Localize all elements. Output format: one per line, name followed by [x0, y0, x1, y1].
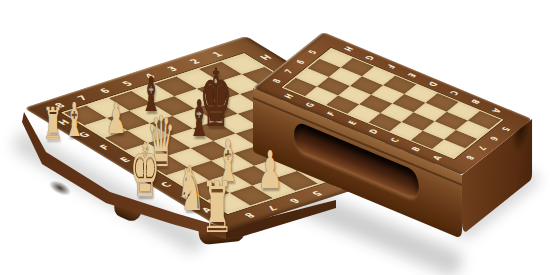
- case-file-label-far-c: C: [447, 89, 460, 96]
- case-file-label-d: D: [367, 128, 381, 135]
- file-label-far-h: H: [257, 53, 274, 61]
- piece-white-rook-h8: ♜: [43, 102, 64, 146]
- rank-label-near-7: 7: [264, 204, 280, 212]
- case-rank-label-6: 6: [294, 59, 307, 66]
- rank-label-near-8: 8: [241, 211, 257, 219]
- case-file-label-a: A: [430, 154, 444, 161]
- case-file-label-far-a: A: [490, 107, 504, 114]
- case-rank-label-near-8: 8: [463, 154, 476, 161]
- file-label-f: F: [97, 144, 113, 152]
- case-rank-label-7: 7: [282, 68, 295, 75]
- piece-white-pawn-c4: ♟: [257, 144, 283, 196]
- case-file-label-f: F: [325, 110, 338, 117]
- case-file-label-g: G: [303, 101, 317, 108]
- case-file-label-far-e: E: [405, 72, 418, 79]
- case-rank-label-near-5: 5: [499, 126, 512, 133]
- case-rank-label-5: 5: [306, 49, 319, 56]
- piece-black-bishop-f4: ♝: [188, 94, 210, 144]
- case-rank-label-near-6: 6: [487, 135, 500, 142]
- case-rank-label-near-7: 7: [475, 145, 488, 152]
- case-file-label-c: C: [388, 137, 401, 144]
- rank-label-near-6: 6: [286, 197, 302, 205]
- case-file-label-e: E: [346, 119, 359, 126]
- rank-label-near-5: 5: [309, 189, 325, 197]
- piece-white-king-d8: ♚: [130, 133, 160, 207]
- rank-label-3: 3: [164, 65, 180, 73]
- piece-white-pawn-g6: ♟: [106, 98, 127, 140]
- case-file-label-b: B: [409, 146, 423, 153]
- case-file-label-far-g: G: [363, 54, 377, 61]
- case-rank-label-8: 8: [270, 78, 283, 85]
- rank-label-5: 5: [119, 80, 135, 88]
- case-file-label-far-d: D: [426, 80, 440, 87]
- piece-white-rook-a8: ♜: [201, 173, 234, 243]
- case-file-label-far-b: B: [469, 98, 483, 105]
- piece-white-bishop-h7: ♝: [64, 96, 84, 143]
- case-file-label-far-f: F: [384, 63, 397, 70]
- product-photo-stage: HHGGFFEEDDCCBBAA8877665544332211 HHGGFFE…: [0, 0, 550, 275]
- case-file-label-h: H: [282, 93, 296, 100]
- case-file-label-far-h: H: [341, 45, 355, 52]
